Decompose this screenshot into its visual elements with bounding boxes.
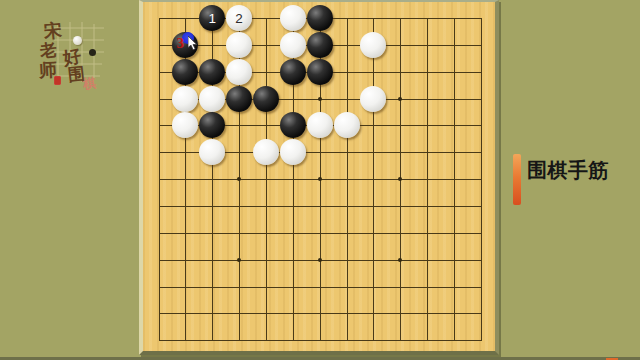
video-title: 围棋手筋 — [527, 157, 609, 184]
channel-logo: 宋 老 师 好 围 棋 — [30, 20, 110, 102]
grid-line-horizontal — [159, 233, 482, 234]
grid-line-vertical — [347, 18, 348, 341]
stone-black[interactable] — [226, 86, 252, 112]
stone-white[interactable] — [226, 59, 252, 85]
stone-black[interactable] — [199, 112, 225, 138]
stone-white[interactable] — [280, 32, 306, 58]
stone-black[interactable] — [307, 5, 333, 31]
star-point — [318, 258, 322, 262]
stone-white[interactable] — [172, 112, 198, 138]
stone-black[interactable] — [199, 59, 225, 85]
star-point — [398, 258, 402, 262]
stone-white[interactable] — [307, 112, 333, 138]
grid-line-horizontal — [159, 206, 482, 207]
video-frame: 宋 老 师 好 围 棋 123 围棋手筋 — [0, 0, 640, 360]
stone-white[interactable] — [199, 86, 225, 112]
stone-white[interactable] — [199, 139, 225, 165]
star-point — [398, 97, 402, 101]
stone-black[interactable] — [307, 32, 333, 58]
grid-line-horizontal — [159, 287, 482, 288]
stone-black[interactable] — [280, 112, 306, 138]
move-number-label: 2 — [226, 5, 252, 31]
grid-line-horizontal — [159, 313, 482, 314]
board-wood[interactable]: 123 — [143, 2, 495, 351]
stone-white[interactable] — [253, 139, 279, 165]
stone-white[interactable] — [172, 86, 198, 112]
grid-line-vertical — [454, 18, 455, 341]
logo-char-qi: 棋 — [82, 76, 97, 91]
grid-line-vertical — [373, 18, 374, 341]
stone-white[interactable] — [226, 32, 252, 58]
stone-black[interactable] — [307, 59, 333, 85]
stone-white[interactable]: 2 — [226, 5, 252, 31]
stone-black[interactable] — [253, 86, 279, 112]
go-board: 123 — [139, 0, 499, 355]
star-point — [398, 177, 402, 181]
grid-line-vertical — [427, 18, 428, 341]
grid-line-vertical — [481, 18, 482, 341]
star-point — [318, 177, 322, 181]
banner-accent-bar — [513, 154, 521, 205]
stone-black[interactable]: 1 — [199, 5, 225, 31]
logo-char-song: 宋 — [43, 21, 63, 41]
logo-char-lao: 老 — [39, 41, 58, 60]
stone-black[interactable] — [280, 59, 306, 85]
star-point — [237, 177, 241, 181]
stone-white[interactable] — [280, 139, 306, 165]
grid-line-horizontal — [159, 340, 482, 341]
star-point — [318, 97, 322, 101]
stone-white[interactable] — [360, 86, 386, 112]
stone-black[interactable] — [172, 59, 198, 85]
move-number-label: 1 — [199, 5, 225, 31]
move-number-label: 3 — [176, 35, 184, 52]
logo-seal — [54, 76, 61, 85]
stone-white[interactable] — [280, 5, 306, 31]
stone-white[interactable] — [334, 112, 360, 138]
logo-white-stone — [73, 36, 82, 45]
star-point — [237, 258, 241, 262]
logo-black-stone — [89, 49, 96, 56]
stone-white[interactable] — [360, 32, 386, 58]
mouse-cursor — [188, 36, 199, 51]
